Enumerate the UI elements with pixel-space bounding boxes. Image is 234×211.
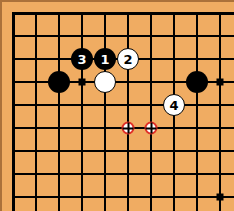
grid-vertical-line (12, 12, 15, 211)
stone-number: 3 (77, 53, 86, 66)
grid-vertical-line (58, 12, 60, 211)
grid-vertical-line (150, 12, 152, 211)
grid-vertical-line (104, 12, 106, 211)
stone-white-move-4: 4 (163, 94, 185, 116)
hoshi-point (217, 194, 224, 201)
stone-black (186, 71, 208, 93)
stone-black (48, 71, 70, 93)
circle-marker (122, 122, 135, 135)
grid-vertical-line (219, 12, 221, 211)
stone-white-move-2: 2 (117, 48, 139, 70)
stone-white (94, 71, 116, 93)
hoshi-point (79, 79, 86, 86)
grid-horizontal-line (12, 196, 234, 198)
grid-horizontal-line (12, 12, 234, 15)
stone-black-move-1: 1 (94, 48, 116, 70)
grid-vertical-line (196, 12, 198, 211)
stone-number: 1 (100, 53, 109, 66)
stone-number: 4 (169, 99, 178, 112)
hoshi-point (217, 79, 224, 86)
marker-gridline-vertical (150, 123, 152, 134)
grid-horizontal-line (12, 150, 234, 152)
circle-marker (145, 122, 158, 135)
board-frame-top-edge (0, 0, 234, 2)
grid-vertical-line (35, 12, 37, 211)
board-frame-left-edge (0, 0, 2, 211)
marker-gridline-vertical (127, 123, 129, 134)
grid-vertical-line (127, 12, 129, 211)
grid-horizontal-line (12, 104, 234, 106)
stone-number: 2 (123, 53, 132, 66)
stone-black-move-3: 3 (71, 48, 93, 70)
grid-vertical-line (81, 12, 83, 211)
go-diagram: 3124 (0, 0, 234, 211)
grid-horizontal-line (12, 173, 234, 175)
grid-horizontal-line (12, 35, 234, 37)
